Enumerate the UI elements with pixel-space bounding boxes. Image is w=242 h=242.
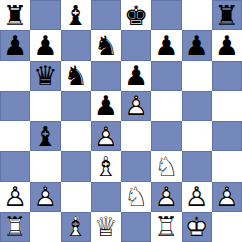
square-b3[interactable] xyxy=(30,151,60,181)
square-f6[interactable] xyxy=(151,61,181,91)
square-d6[interactable] xyxy=(91,61,121,91)
square-e3[interactable] xyxy=(121,151,151,181)
square-e2[interactable]: ♞♘ xyxy=(121,182,151,212)
rook-icon: ♜ xyxy=(0,0,30,30)
square-f4[interactable] xyxy=(151,121,181,151)
piece-white-pawn[interactable]: ♟♙ xyxy=(91,121,121,151)
square-h4[interactable] xyxy=(212,121,242,151)
piece-white-king[interactable]: ♚♔ xyxy=(182,212,212,242)
piece-white-rook[interactable]: ♜♖ xyxy=(0,212,30,242)
square-f5[interactable] xyxy=(151,91,181,121)
piece-white-rook[interactable]: ♜♖ xyxy=(151,212,181,242)
square-f7[interactable]: ♟ xyxy=(151,30,181,60)
square-f8[interactable] xyxy=(151,0,181,30)
square-d1[interactable]: ♛♕ xyxy=(91,212,121,242)
square-g3[interactable] xyxy=(182,151,212,181)
square-c7[interactable] xyxy=(61,30,91,60)
piece-black-pawn[interactable]: ♟ xyxy=(151,30,181,60)
queen-icon: ♛ xyxy=(30,61,60,91)
square-e4[interactable] xyxy=(121,121,151,151)
square-a7[interactable]: ♟ xyxy=(0,30,30,60)
square-b1[interactable] xyxy=(30,212,60,242)
square-e5[interactable]: ♟♙ xyxy=(121,91,151,121)
king-icon: ♚ xyxy=(121,0,151,30)
rook-icon: ♜ xyxy=(212,0,242,30)
square-h5[interactable] xyxy=(212,91,242,121)
bishop-icon: ♝ xyxy=(30,121,60,151)
rook-icon: ♖ xyxy=(151,212,181,242)
square-a4[interactable] xyxy=(0,121,30,151)
piece-black-pawn[interactable]: ♟ xyxy=(121,61,151,91)
square-c1[interactable]: ♝♗ xyxy=(61,212,91,242)
piece-white-bishop[interactable]: ♝♗ xyxy=(91,151,121,181)
piece-black-knight[interactable]: ♞ xyxy=(61,61,91,91)
square-h1[interactable] xyxy=(212,212,242,242)
square-g4[interactable] xyxy=(182,121,212,151)
square-d3[interactable]: ♝♗ xyxy=(91,151,121,181)
square-c5[interactable] xyxy=(61,91,91,121)
square-d5[interactable]: ♟ xyxy=(91,91,121,121)
piece-black-pawn[interactable]: ♟ xyxy=(0,30,30,60)
square-a2[interactable]: ♟♙ xyxy=(0,182,30,212)
pawn-icon: ♙ xyxy=(91,121,121,151)
square-f1[interactable]: ♜♖ xyxy=(151,212,181,242)
pawn-icon: ♙ xyxy=(30,182,60,212)
pawn-icon: ♟ xyxy=(30,30,60,60)
square-d7[interactable]: ♞ xyxy=(91,30,121,60)
piece-black-bishop[interactable]: ♝ xyxy=(30,121,60,151)
piece-white-bishop[interactable]: ♝♗ xyxy=(61,212,91,242)
square-g6[interactable] xyxy=(182,61,212,91)
knight-icon: ♞ xyxy=(61,61,91,91)
piece-black-pawn[interactable]: ♟ xyxy=(91,91,121,121)
piece-black-pawn[interactable]: ♟ xyxy=(212,30,242,60)
piece-black-king[interactable]: ♚ xyxy=(121,0,151,30)
square-e8[interactable]: ♚ xyxy=(121,0,151,30)
pawn-icon: ♙ xyxy=(121,91,151,121)
piece-black-rook[interactable]: ♜ xyxy=(212,0,242,30)
knight-icon: ♘ xyxy=(151,151,181,181)
square-g7[interactable]: ♟ xyxy=(182,30,212,60)
square-f2[interactable]: ♟♙ xyxy=(151,182,181,212)
square-a8[interactable]: ♜ xyxy=(0,0,30,30)
square-c6[interactable]: ♞ xyxy=(61,61,91,91)
square-c8[interactable]: ♝ xyxy=(61,0,91,30)
piece-white-knight[interactable]: ♞♘ xyxy=(121,182,151,212)
pawn-icon: ♟ xyxy=(121,61,151,91)
square-e6[interactable]: ♟ xyxy=(121,61,151,91)
pawn-icon: ♟ xyxy=(0,30,30,60)
knight-icon: ♞ xyxy=(91,30,121,60)
square-g1[interactable]: ♚♔ xyxy=(182,212,212,242)
piece-black-pawn[interactable]: ♟ xyxy=(182,30,212,60)
square-h8[interactable]: ♜ xyxy=(212,0,242,30)
knight-icon: ♘ xyxy=(121,182,151,212)
queen-icon: ♕ xyxy=(91,212,121,242)
piece-black-pawn[interactable]: ♟ xyxy=(30,30,60,60)
piece-black-queen[interactable]: ♛ xyxy=(30,61,60,91)
square-h2[interactable]: ♟♙ xyxy=(212,182,242,212)
pawn-icon: ♟ xyxy=(91,91,121,121)
pawn-icon: ♟ xyxy=(212,30,242,60)
square-d2[interactable] xyxy=(91,182,121,212)
square-b4[interactable]: ♝ xyxy=(30,121,60,151)
square-a3[interactable] xyxy=(0,151,30,181)
pawn-icon: ♟ xyxy=(182,30,212,60)
square-h7[interactable]: ♟ xyxy=(212,30,242,60)
square-g2[interactable]: ♟♙ xyxy=(182,182,212,212)
pawn-icon: ♙ xyxy=(151,182,181,212)
chess-board: ♜♝♚♜♟♟♞♟♟♟♛♞♟♟♟♙♝♟♙♝♗♞♘♟♙♟♙♞♘♟♙♟♙♟♙♜♖♝♗♛… xyxy=(0,0,242,242)
piece-white-pawn[interactable]: ♟♙ xyxy=(0,182,30,212)
square-b7[interactable]: ♟ xyxy=(30,30,60,60)
bishop-icon: ♗ xyxy=(61,212,91,242)
square-e1[interactable] xyxy=(121,212,151,242)
bishop-icon: ♝ xyxy=(61,0,91,30)
square-a5[interactable] xyxy=(0,91,30,121)
pawn-icon: ♙ xyxy=(212,182,242,212)
square-b6[interactable]: ♛ xyxy=(30,61,60,91)
square-c3[interactable] xyxy=(61,151,91,181)
square-g5[interactable] xyxy=(182,91,212,121)
square-b5[interactable] xyxy=(30,91,60,121)
piece-white-pawn[interactable]: ♟♙ xyxy=(151,182,181,212)
square-e7[interactable] xyxy=(121,30,151,60)
square-h6[interactable] xyxy=(212,61,242,91)
square-g8[interactable] xyxy=(182,0,212,30)
square-d4[interactable]: ♟♙ xyxy=(91,121,121,151)
piece-black-rook[interactable]: ♜ xyxy=(0,0,30,30)
bishop-icon: ♗ xyxy=(91,151,121,181)
square-d8[interactable] xyxy=(91,0,121,30)
square-a1[interactable]: ♜♖ xyxy=(0,212,30,242)
king-icon: ♔ xyxy=(182,212,212,242)
piece-black-bishop[interactable]: ♝ xyxy=(61,0,91,30)
piece-white-pawn[interactable]: ♟♙ xyxy=(182,182,212,212)
piece-white-knight[interactable]: ♞♘ xyxy=(151,151,181,181)
piece-white-pawn[interactable]: ♟♙ xyxy=(121,91,151,121)
square-a6[interactable] xyxy=(0,61,30,91)
square-b8[interactable] xyxy=(30,0,60,30)
square-c4[interactable] xyxy=(61,121,91,151)
piece-white-queen[interactable]: ♛♕ xyxy=(91,212,121,242)
square-b2[interactable]: ♟♙ xyxy=(30,182,60,212)
rook-icon: ♖ xyxy=(0,212,30,242)
square-h3[interactable] xyxy=(212,151,242,181)
piece-white-pawn[interactable]: ♟♙ xyxy=(30,182,60,212)
piece-black-knight[interactable]: ♞ xyxy=(91,30,121,60)
piece-white-pawn[interactable]: ♟♙ xyxy=(212,182,242,212)
square-c2[interactable] xyxy=(61,182,91,212)
pawn-icon: ♙ xyxy=(182,182,212,212)
pawn-icon: ♙ xyxy=(0,182,30,212)
square-f3[interactable]: ♞♘ xyxy=(151,151,181,181)
pawn-icon: ♟ xyxy=(151,30,181,60)
